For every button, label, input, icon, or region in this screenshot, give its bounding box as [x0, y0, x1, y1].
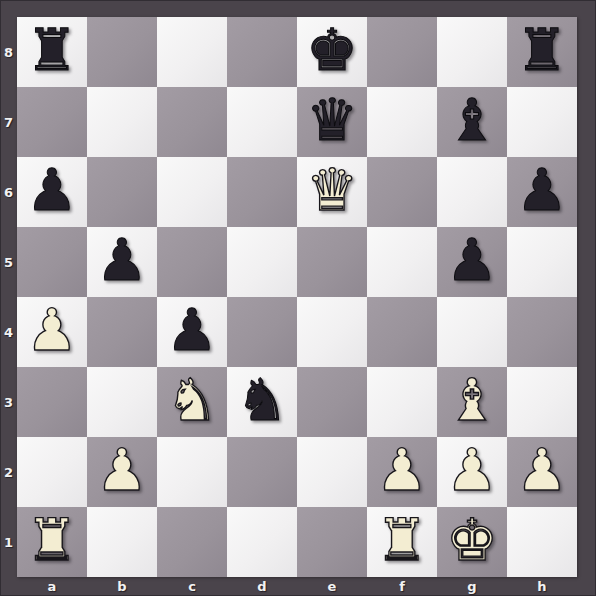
rank-label-5: 5: [0, 227, 17, 297]
chess-diagram: 87654321 abcdefgh ♜♚♜♛♝♟♛♟♟♟♟♟♞♞♝♟♟♟♟♜♜♚: [0, 0, 596, 596]
square-d3[interactable]: ♞: [227, 367, 297, 437]
square-e2[interactable]: [297, 437, 367, 507]
square-e8[interactable]: ♚: [297, 17, 367, 87]
black-rook-piece[interactable]: ♜: [516, 15, 568, 85]
square-f1[interactable]: ♜: [367, 507, 437, 577]
square-b5[interactable]: ♟: [87, 227, 157, 297]
white-pawn-piece[interactable]: ♟: [26, 295, 78, 365]
square-f5[interactable]: [367, 227, 437, 297]
white-pawn-piece[interactable]: ♟: [376, 435, 428, 505]
square-d2[interactable]: [227, 437, 297, 507]
rank-label-1: 1: [0, 507, 17, 577]
black-pawn-piece[interactable]: ♟: [516, 155, 568, 225]
black-pawn-piece[interactable]: ♟: [26, 155, 78, 225]
square-g5[interactable]: ♟: [437, 227, 507, 297]
black-pawn-piece[interactable]: ♟: [446, 225, 498, 295]
square-b6[interactable]: [87, 157, 157, 227]
square-g1[interactable]: ♚: [437, 507, 507, 577]
square-e5[interactable]: [297, 227, 367, 297]
square-e3[interactable]: [297, 367, 367, 437]
square-h1[interactable]: [507, 507, 577, 577]
square-d7[interactable]: [227, 87, 297, 157]
square-a4[interactable]: ♟: [17, 297, 87, 367]
file-label-d: d: [227, 577, 297, 596]
white-rook-piece[interactable]: ♜: [376, 505, 428, 575]
square-h5[interactable]: [507, 227, 577, 297]
rank-label-6: 6: [0, 157, 17, 227]
white-pawn-piece[interactable]: ♟: [96, 435, 148, 505]
white-king-piece[interactable]: ♚: [446, 505, 498, 575]
black-pawn-piece[interactable]: ♟: [96, 225, 148, 295]
square-d5[interactable]: [227, 227, 297, 297]
square-b3[interactable]: [87, 367, 157, 437]
square-a3[interactable]: [17, 367, 87, 437]
square-h4[interactable]: [507, 297, 577, 367]
rank-labels: 87654321: [0, 17, 17, 577]
square-c4[interactable]: ♟: [157, 297, 227, 367]
square-f8[interactable]: [367, 17, 437, 87]
square-c2[interactable]: [157, 437, 227, 507]
square-c3[interactable]: ♞: [157, 367, 227, 437]
square-b7[interactable]: [87, 87, 157, 157]
square-h6[interactable]: ♟: [507, 157, 577, 227]
square-c8[interactable]: [157, 17, 227, 87]
square-a2[interactable]: [17, 437, 87, 507]
file-label-e: e: [297, 577, 367, 596]
square-h8[interactable]: ♜: [507, 17, 577, 87]
white-pawn-piece[interactable]: ♟: [446, 435, 498, 505]
file-labels: abcdefgh: [17, 577, 577, 596]
square-g2[interactable]: ♟: [437, 437, 507, 507]
white-bishop-piece[interactable]: ♝: [446, 365, 498, 435]
square-h7[interactable]: [507, 87, 577, 157]
square-e7[interactable]: ♛: [297, 87, 367, 157]
square-f4[interactable]: [367, 297, 437, 367]
square-d4[interactable]: [227, 297, 297, 367]
rank-label-4: 4: [0, 297, 17, 367]
black-knight-piece[interactable]: ♞: [236, 365, 288, 435]
file-label-a: a: [17, 577, 87, 596]
square-d1[interactable]: [227, 507, 297, 577]
square-e4[interactable]: [297, 297, 367, 367]
square-b1[interactable]: [87, 507, 157, 577]
square-f3[interactable]: [367, 367, 437, 437]
square-c7[interactable]: [157, 87, 227, 157]
file-label-b: b: [87, 577, 157, 596]
square-g8[interactable]: [437, 17, 507, 87]
square-e6[interactable]: ♛: [297, 157, 367, 227]
square-b2[interactable]: ♟: [87, 437, 157, 507]
square-b8[interactable]: [87, 17, 157, 87]
square-c5[interactable]: [157, 227, 227, 297]
square-c1[interactable]: [157, 507, 227, 577]
rank-label-3: 3: [0, 367, 17, 437]
square-f7[interactable]: [367, 87, 437, 157]
rank-label-2: 2: [0, 437, 17, 507]
file-label-c: c: [157, 577, 227, 596]
square-h2[interactable]: ♟: [507, 437, 577, 507]
square-g3[interactable]: ♝: [437, 367, 507, 437]
square-e1[interactable]: [297, 507, 367, 577]
chess-board: ♜♚♜♛♝♟♛♟♟♟♟♟♞♞♝♟♟♟♟♜♜♚: [17, 17, 577, 577]
square-a6[interactable]: ♟: [17, 157, 87, 227]
file-label-h: h: [507, 577, 577, 596]
square-d8[interactable]: [227, 17, 297, 87]
square-h3[interactable]: [507, 367, 577, 437]
black-king-piece[interactable]: ♚: [306, 15, 358, 85]
white-queen-piece[interactable]: ♛: [306, 155, 358, 225]
file-label-g: g: [437, 577, 507, 596]
black-pawn-piece[interactable]: ♟: [166, 295, 218, 365]
square-b4[interactable]: [87, 297, 157, 367]
square-a5[interactable]: [17, 227, 87, 297]
white-pawn-piece[interactable]: ♟: [516, 435, 568, 505]
white-knight-piece[interactable]: ♞: [166, 365, 218, 435]
black-rook-piece[interactable]: ♜: [26, 15, 78, 85]
black-queen-piece[interactable]: ♛: [306, 85, 358, 155]
black-bishop-piece[interactable]: ♝: [446, 85, 498, 155]
square-g6[interactable]: [437, 157, 507, 227]
white-rook-piece[interactable]: ♜: [26, 505, 78, 575]
square-c6[interactable]: [157, 157, 227, 227]
square-a8[interactable]: ♜: [17, 17, 87, 87]
square-f2[interactable]: ♟: [367, 437, 437, 507]
rank-label-7: 7: [0, 87, 17, 157]
square-a7[interactable]: [17, 87, 87, 157]
square-g4[interactable]: [437, 297, 507, 367]
square-d6[interactable]: [227, 157, 297, 227]
square-f6[interactable]: [367, 157, 437, 227]
file-label-f: f: [367, 577, 437, 596]
rank-label-8: 8: [0, 17, 17, 87]
square-a1[interactable]: ♜: [17, 507, 87, 577]
square-g7[interactable]: ♝: [437, 87, 507, 157]
